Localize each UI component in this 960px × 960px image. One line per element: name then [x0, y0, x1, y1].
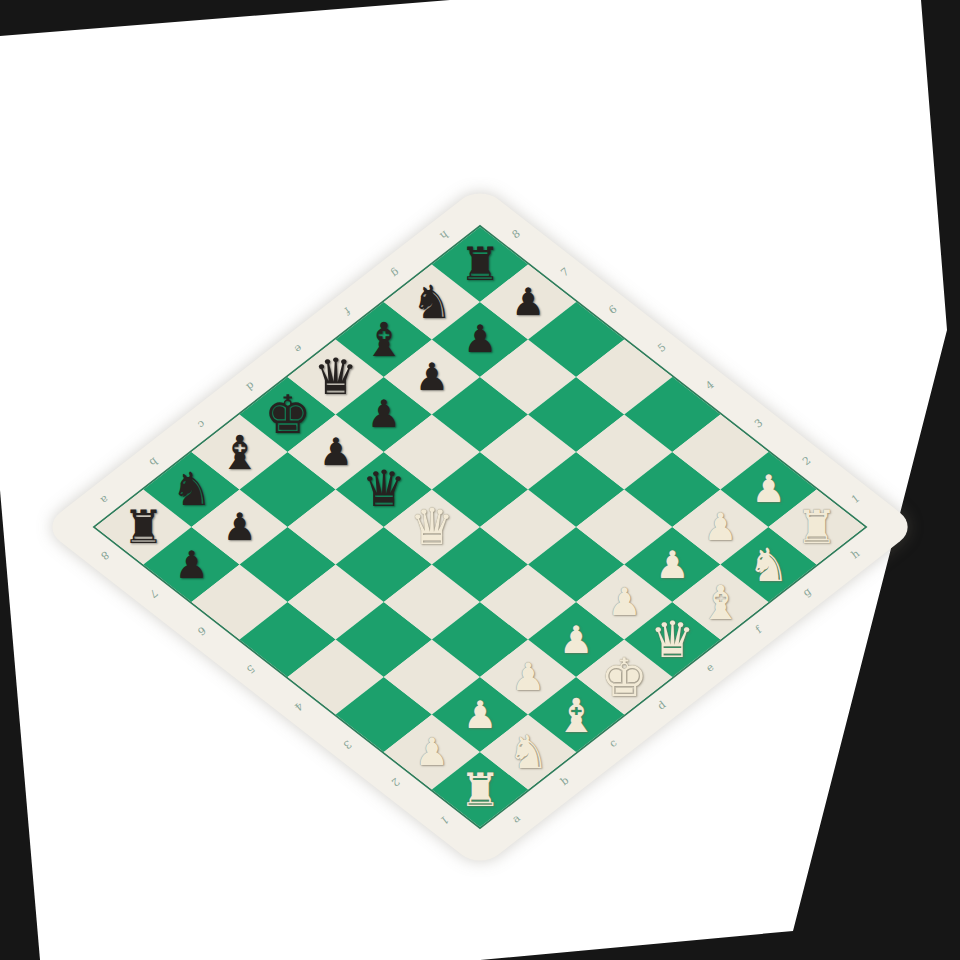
board: ♜♞♝♚♛♝♞♜♟♟♟♟♟♟♟♛♛♟♟♟♟♟♟♟♟♜♞♝♚♛♝♞♜	[93, 225, 868, 829]
product-photo-scene: abcdefgh abcdefgh 87654321 87654321 ♜♞♝♚…	[0, 0, 960, 960]
square-h1[interactable]: ♜	[768, 489, 864, 564]
chess-mat: abcdefgh abcdefgh 87654321 87654321 ♜♞♝♚…	[42, 185, 919, 869]
piece-white-rook-h1[interactable]: ♜	[783, 493, 851, 561]
